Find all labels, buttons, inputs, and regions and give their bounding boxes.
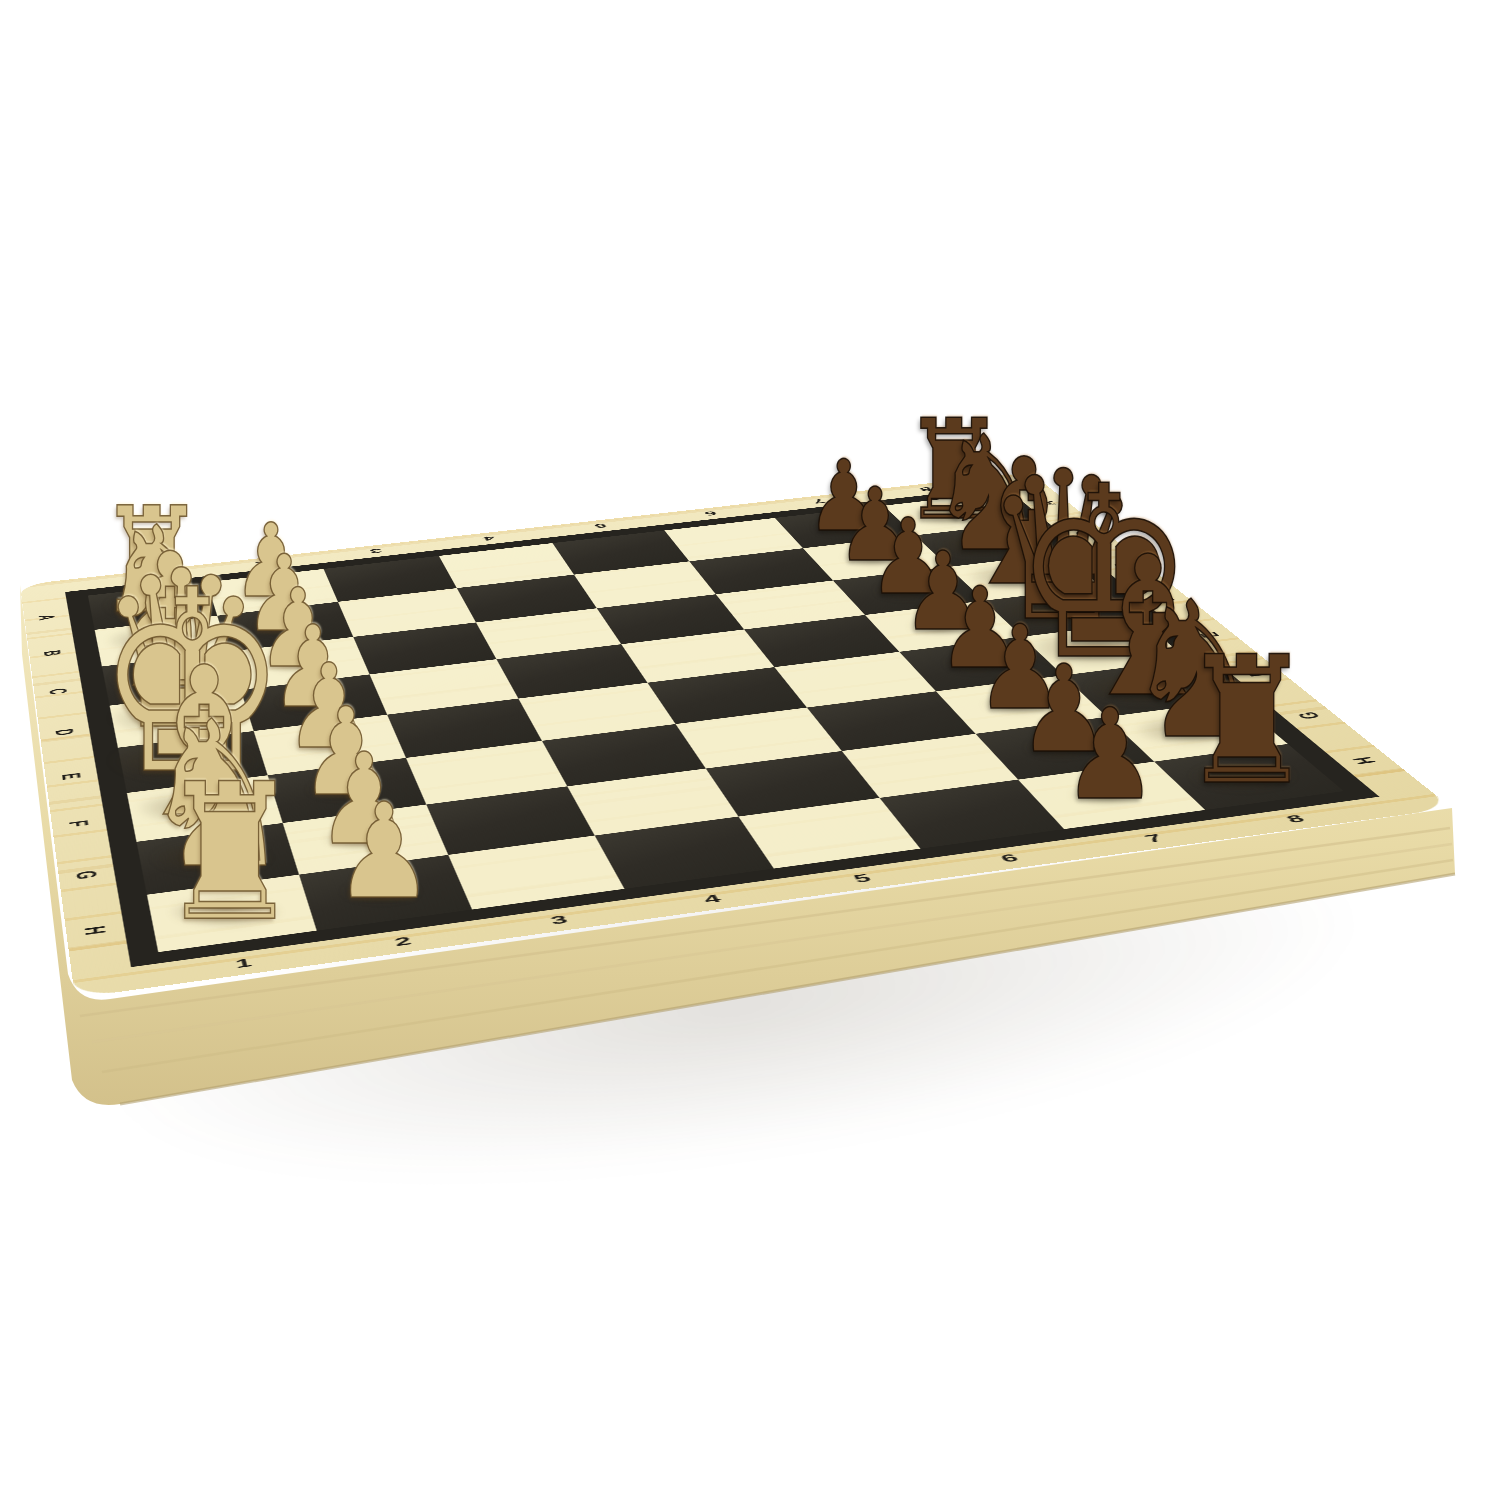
piece-black-rook-h8: ♜ xyxy=(1180,633,1314,809)
rank-label-near-7: 7 xyxy=(1125,829,1183,847)
file-label-left-H: H xyxy=(77,919,114,943)
rank-label-near-6: 6 xyxy=(980,849,1038,867)
rank-label-near-5: 5 xyxy=(833,869,891,888)
piece-black-pawn-h7: ♟ xyxy=(1062,693,1158,818)
file-label-left-E: E xyxy=(55,767,88,786)
piece-white-rook-h1: ♜ xyxy=(159,760,303,948)
rank-label-near-3: 3 xyxy=(531,910,588,930)
file-label-right-H: H xyxy=(1340,751,1388,770)
piece-white-pawn-h2: ♟ xyxy=(334,785,434,916)
file-label-left-A: A xyxy=(33,610,61,624)
file-label-left-C: C xyxy=(43,683,73,699)
rank-label-near-4: 4 xyxy=(683,889,740,908)
file-label-left-F: F xyxy=(62,814,96,834)
scene: chess AABBCCDDEEFFGGHH1122334455667788 ♜… xyxy=(0,0,1500,1500)
rank-label-near-2: 2 xyxy=(375,931,431,951)
file-label-left-G: G xyxy=(69,864,105,886)
file-label-left-B: B xyxy=(38,646,67,661)
file-label-left-D: D xyxy=(49,724,81,741)
